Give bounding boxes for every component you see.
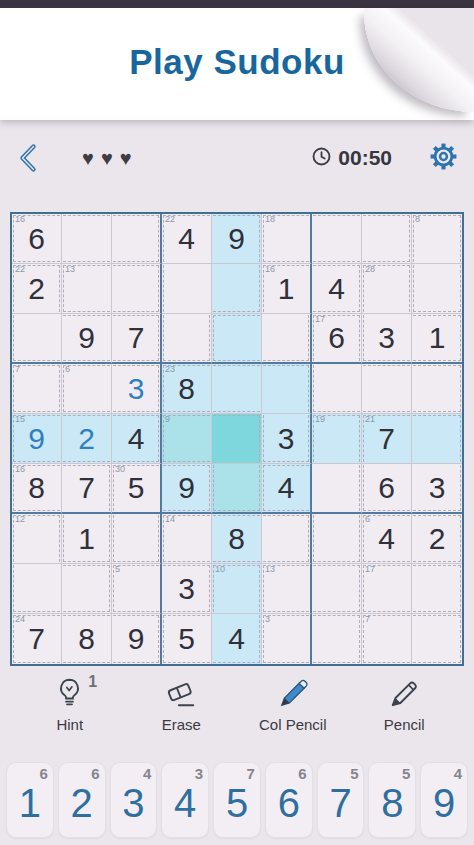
cell-r9c5[interactable]: 4 [212,614,262,664]
cage-sum-label: 14 [165,515,175,525]
given-digit: 4 [228,622,245,656]
cell-r1c7[interactable] [312,214,362,264]
status-strip [0,0,474,8]
remaining-count: 4 [454,766,462,781]
pencil-icon [386,678,422,714]
given-digit: 4 [278,471,295,505]
cell-r3c7[interactable]: 176 [312,314,362,364]
cell-r3c3[interactable]: 7 [112,314,162,364]
cell-r1c6[interactable]: 18 [262,214,312,264]
cell-r8c3[interactable]: 5 [112,564,162,614]
cell-r7c9[interactable]: 2 [412,514,462,564]
remaining-count: 5 [402,766,410,781]
remaining-count: 6 [91,766,99,781]
given-digit: 4 [328,272,345,306]
color-pencil-icon [275,678,311,714]
remaining-count: 7 [247,766,255,781]
lives-hearts: ♥♥♥ [82,148,132,168]
cell-r1c1[interactable]: 166 [12,214,62,264]
cage-sum-label: 18 [265,215,275,225]
cell-r9c2[interactable]: 8 [62,614,112,664]
cell-r7c5[interactable]: 8 [212,514,262,564]
cell-r2c3[interactable] [112,264,162,314]
cell-r8c2[interactable] [62,564,112,614]
pencil-button[interactable]: Pencil [369,676,439,740]
cage-sum-label: 6 [65,365,70,375]
cage-sum-label: 8 [415,215,420,225]
cell-r2c6[interactable]: 161 [262,264,312,314]
key-digit: 9 [433,783,455,823]
cell-r6c9[interactable]: 3 [412,464,462,514]
cell-r4c4[interactable]: 238 [162,364,212,414]
number-pad: 616243347566575849 [6,762,468,838]
cell-r5c2[interactable]: 2 [62,414,112,464]
cell-r5c4[interactable]: 9 [162,414,212,464]
header-card: Play Sudoku [0,8,474,120]
cell-r7c7[interactable] [312,514,362,564]
cage-sum-label: 13 [265,565,275,575]
cell-r3c6[interactable] [262,314,312,364]
given-digit: 3 [429,471,446,505]
cell-r6c6[interactable]: 4 [262,464,312,514]
eraser-icon [164,678,199,714]
cell-r3c1[interactable] [12,314,62,364]
status-bar: ♥♥♥ 00:50 [0,136,474,180]
pencil-label: Pencil [384,716,425,733]
cage-sum-label: 30 [115,465,125,475]
numpad-key-7[interactable]: 57 [317,762,365,838]
given-digit: 6 [28,222,45,256]
color-pencil-label: Col Pencil [259,716,327,733]
cell-r9c4[interactable]: 5 [162,614,212,664]
cell-r9c6[interactable]: 3 [262,614,312,664]
key-digit: 6 [278,783,300,823]
cell-r8c1[interactable] [12,564,62,614]
cell-r3c2[interactable]: 9 [62,314,112,364]
cell-r9c8[interactable]: 7 [362,614,412,664]
cell-r4c7[interactable] [312,364,362,414]
key-digit: 2 [71,783,93,823]
key-digit: 4 [174,783,196,823]
cell-r7c3[interactable] [112,514,162,564]
cell-r6c2[interactable]: 7 [62,464,112,514]
given-digit: 9 [178,471,195,505]
numpad-key-4[interactable]: 34 [161,762,209,838]
cage-sum-label: 28 [365,265,375,275]
cage-sum-label: 23 [165,365,175,375]
cell-r5c8[interactable]: 217 [362,414,412,464]
cell-r5c5[interactable] [212,414,262,464]
cage-sum-label: 17 [365,565,375,575]
cage-sum-label: 12 [15,515,25,525]
cell-r9c3[interactable]: 9 [112,614,162,664]
given-digit: 1 [278,272,295,306]
timer: 00:50 [311,146,392,171]
cell-r4c8[interactable] [362,364,412,414]
key-digit: 8 [381,783,403,823]
remaining-count: 6 [39,766,47,781]
cell-r5c1[interactable]: 159 [12,414,62,464]
cell-r3c9[interactable]: 1 [412,314,462,364]
cell-r4c9[interactable] [412,364,462,414]
given-digit: 8 [178,372,195,406]
tool-bar: 1HintEraseCol PencilPencil [0,676,474,740]
cell-r6c1[interactable]: 168 [12,464,62,514]
cell-r2c9[interactable] [412,264,462,314]
cage-sum-label: 13 [65,265,75,275]
cage-sum-label: 6 [365,515,370,525]
cell-r2c2[interactable]: 13 [62,264,112,314]
cell-r1c2[interactable] [62,214,112,264]
numpad-key-9[interactable]: 49 [420,762,468,838]
cell-r8c9[interactable] [412,564,462,614]
cell-r9c1[interactable]: 247 [12,614,62,664]
user-digit: 2 [78,422,95,456]
numpad-key-6[interactable]: 66 [265,762,313,838]
cage-sum-label: 16 [265,265,275,275]
cell-r2c4[interactable] [162,264,212,314]
hint-button[interactable]: 1Hint [35,676,105,740]
cell-r1c5[interactable]: 9 [212,214,262,264]
timer-value: 00:50 [338,146,392,170]
cell-r7c8[interactable]: 64 [362,514,412,564]
cell-r5c3[interactable]: 4 [112,414,162,464]
heart-icon: ♥ [82,148,94,168]
given-digit: 3 [278,422,295,456]
cage-sum-label: 22 [15,265,25,275]
cage-sum-label: 3 [265,615,270,625]
cell-r2c7[interactable]: 4 [312,264,362,314]
cell-r6c3[interactable]: 305 [112,464,162,514]
cell-r8c5[interactable]: 10 [212,564,262,614]
numpad-key-8[interactable]: 58 [368,762,416,838]
cell-r5c7[interactable]: 19 [312,414,362,464]
numpad-key-2[interactable]: 62 [58,762,106,838]
heart-icon: ♥ [120,148,132,168]
heart-icon: ♥ [101,148,113,168]
user-digit: 9 [28,422,45,456]
given-digit: 7 [128,321,145,355]
given-digit: 3 [178,572,195,606]
cell-r3c8[interactable]: 3 [362,314,412,364]
cage-sum-label: 22 [165,215,175,225]
key-digit: 1 [19,783,41,823]
cell-r8c4[interactable]: 3 [162,564,212,614]
given-digit: 6 [328,321,345,355]
given-digit: 4 [378,522,395,556]
given-digit: 5 [128,471,145,505]
cell-r2c1[interactable]: 222 [12,264,62,314]
cell-r4c3[interactable]: 3 [112,364,162,414]
given-digit: 5 [178,622,195,656]
cell-r1c3[interactable] [112,214,162,264]
cell-r3c4[interactable] [162,314,212,364]
numpad-key-1[interactable]: 61 [6,762,54,838]
key-digit: 3 [122,783,144,823]
cell-r9c9[interactable] [412,614,462,664]
cell-r1c9[interactable]: 8 [412,214,462,264]
erase-button[interactable]: Erase [146,676,216,740]
cell-r4c5[interactable] [212,364,262,414]
key-digit: 5 [226,783,248,823]
cell-r1c4[interactable]: 224 [162,214,212,264]
given-digit: 2 [429,522,446,556]
remaining-count: 5 [350,766,358,781]
cage-sum-label: 17 [315,315,325,325]
cell-r4c6[interactable] [262,364,312,414]
remaining-count: 3 [195,766,203,781]
given-digit: 4 [128,422,145,456]
hint-count-badge: 1 [88,673,97,691]
remaining-count: 4 [143,766,151,781]
cage-sum-label: 7 [15,365,20,375]
given-digit: 8 [78,622,95,656]
given-digit: 9 [228,222,245,256]
cell-r7c6[interactable] [262,514,312,564]
cell-r4c2[interactable]: 6 [62,364,112,414]
given-digit: 6 [378,471,395,505]
given-digit: 1 [429,321,446,355]
given-digit: 3 [378,321,395,355]
settings-button[interactable] [426,141,460,175]
given-digit: 7 [78,471,95,505]
given-digit: 8 [28,471,45,505]
cage-sum-label: 24 [15,615,25,625]
cell-r5c9[interactable] [412,414,462,464]
cage-sum-label: 7 [365,615,370,625]
cage-sum-label: 19 [315,415,325,425]
sudoku-board: 1662249188222131614289717631763238159249… [10,212,464,666]
given-digit: 8 [228,522,245,556]
cell-r5c6[interactable]: 3 [262,414,312,464]
cell-r6c8[interactable]: 6 [362,464,412,514]
cage-sum-label: 16 [15,465,25,475]
cage-sum-label: 21 [365,415,375,425]
hint-label: Hint [56,716,83,733]
given-digit: 9 [128,622,145,656]
cell-r6c7[interactable] [312,464,362,514]
cell-r7c1[interactable]: 12 [12,514,62,564]
cell-r8c7[interactable] [312,564,362,614]
erase-label: Erase [162,716,201,733]
remaining-count: 6 [298,766,306,781]
cage-sum-label: 16 [15,215,25,225]
lightbulb-icon [54,676,85,714]
key-digit: 7 [329,783,351,823]
given-digit: 7 [28,622,45,656]
cell-r6c5[interactable] [212,464,262,514]
back-button[interactable] [16,142,44,174]
clock-icon [311,146,332,171]
cell-r4c1[interactable]: 7 [12,364,62,414]
gear-icon [427,140,460,177]
cell-r8c6[interactable]: 13 [262,564,312,614]
cell-r2c8[interactable]: 28 [362,264,412,314]
cell-r7c2[interactable]: 1 [62,514,112,564]
cage-sum-label: 15 [15,415,25,425]
cell-r7c4[interactable]: 14 [162,514,212,564]
given-digit: 1 [78,522,95,556]
numpad-key-5[interactable]: 75 [213,762,261,838]
cell-r3c5[interactable] [212,314,262,364]
given-digit: 2 [28,272,45,306]
user-digit: 3 [128,372,145,406]
cell-r8c8[interactable]: 17 [362,564,412,614]
cell-r1c8[interactable] [362,214,412,264]
cage-sum-label: 10 [215,565,225,575]
cage-sum-label: 9 [165,415,170,425]
numpad-key-3[interactable]: 43 [110,762,158,838]
cage-sum-label: 5 [115,565,120,575]
given-digit: 4 [178,222,195,256]
given-digit: 7 [378,422,395,456]
cell-r2c5[interactable] [212,264,262,314]
given-digit: 9 [78,321,95,355]
color-pencil-button[interactable]: Col Pencil [258,676,328,740]
cell-r6c4[interactable]: 9 [162,464,212,514]
cell-r9c7[interactable] [312,614,362,664]
